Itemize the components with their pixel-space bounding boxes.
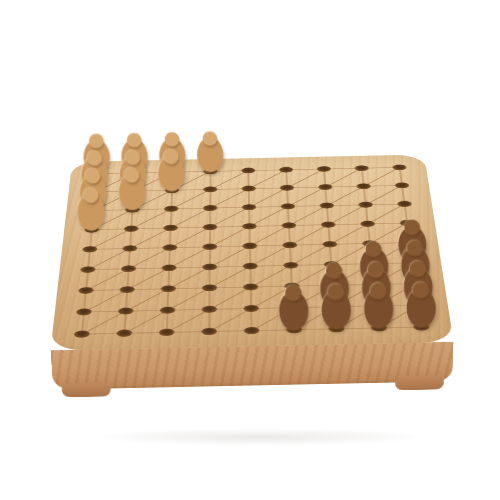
board-cell[interactable] [342,159,382,178]
peg-hole [243,283,259,290]
dark-peg-head: ● [326,279,345,301]
board-cell[interactable] [67,259,110,280]
peg-hole [321,221,336,228]
light-peg-head: ● [123,164,140,184]
board-cell[interactable] [344,177,384,196]
dark-peg-head: ● [369,278,388,300]
peg-hole [281,203,296,209]
peg-hole [162,244,177,251]
peg-hole [203,224,218,231]
peg-hole [283,262,299,269]
board-cell[interactable]: ●● [112,200,152,220]
board-cell[interactable] [106,279,149,301]
board-cell[interactable] [104,300,147,323]
board-cell[interactable] [229,179,268,198]
board-cell[interactable] [107,258,149,279]
product-photo-stage: ●●●●●●●●●●●●●●●●●●●●●●●●●●●●●●●●●●●●●●●● [0,0,500,500]
board-cell[interactable] [190,217,230,237]
board-cell[interactable]: ●● [273,318,317,341]
peg-hole [282,242,297,249]
peg-hole [318,184,333,190]
board-cell[interactable]: ●● [191,162,229,181]
halma-board: ●●●●●●●●●●●●●●●●●●●●●●●●●●●●●●●●●●●●●●●● [50,155,453,351]
board-cell[interactable] [188,320,231,343]
peg-hole [241,168,255,174]
peg-hole [356,183,371,189]
peg-hole [242,223,257,230]
peg-hole [242,243,257,250]
peg-hole [76,308,92,315]
board-cell[interactable] [382,176,423,195]
peg-hole [160,307,176,314]
board-cell[interactable] [191,198,230,218]
board-cell[interactable] [304,160,343,179]
light-peg-head: ● [163,145,180,165]
board-cell[interactable] [267,161,306,180]
board-cell[interactable]: ●● [357,316,402,339]
peg-hole [203,186,217,192]
peg-hole [202,243,217,250]
peg-hole [243,305,259,312]
board-cell[interactable]: ●● [315,317,359,340]
board-cell[interactable] [145,321,188,344]
peg-hole [82,246,98,253]
peg-hole [119,286,135,293]
dark-peg[interactable]: ●● [272,280,316,332]
board-cell[interactable]: ●● [152,181,191,200]
board-cell[interactable] [188,298,230,321]
board-cell[interactable]: ●● [71,220,112,240]
peg-hole [122,245,137,252]
peg-hole [163,225,178,232]
board-cell[interactable] [148,257,189,278]
board-cell[interactable] [384,194,425,214]
light-peg[interactable]: ●● [71,183,111,231]
peg-hole [279,167,293,173]
board-cell[interactable] [230,236,270,257]
board-cell[interactable] [230,297,272,320]
dark-peg-head: ● [284,280,303,302]
board-cell[interactable] [306,178,346,197]
board-cell[interactable] [345,195,386,215]
board-cell[interactable] [147,278,189,300]
board-cell[interactable] [270,255,312,276]
board-cell[interactable] [380,158,420,177]
peg-hole [203,205,218,211]
peg-hole [281,222,296,229]
board-cell[interactable]: ●● [399,316,445,339]
board-cell[interactable] [109,238,150,259]
peg-hole [116,329,132,337]
peg-hole [358,202,373,208]
board-cell[interactable] [230,197,269,217]
peg-hole [202,284,217,291]
perspective-scene: ●●●●●●●●●●●●●●●●●●●●●●●●●●●●●●●●●●●●●●●● [0,0,500,500]
board-cell[interactable] [309,234,351,255]
board-foot-left [61,382,111,397]
board-cell[interactable] [270,235,311,256]
peg-hole [121,265,137,272]
peg-hole [397,201,412,207]
peg-hole [164,206,179,212]
dark-peg[interactable]: ●● [357,278,401,330]
peg-hole [354,165,369,171]
peg-hole [392,164,407,170]
board-cell[interactable] [347,214,389,234]
peg-hole [243,263,258,270]
peg-hole [244,327,260,335]
board-cell[interactable] [268,197,308,217]
peg-hole [319,202,334,208]
board-cell[interactable] [229,161,267,180]
board-cell[interactable] [190,237,230,258]
peg-hole [280,185,295,191]
peg-hole [124,226,139,233]
board-cell[interactable] [69,239,111,260]
peg-hole [202,264,217,271]
board-cell[interactable] [307,196,347,216]
light-peg-head: ● [82,184,100,204]
board-cell[interactable] [268,178,307,197]
peg-hole [80,266,96,273]
light-peg-head: ● [201,127,218,146]
light-peg[interactable]: ●● [112,164,152,212]
board-foot-right [395,375,444,390]
peg-hole [202,306,218,313]
light-peg[interactable]: ●● [191,127,230,173]
peg-hole [201,328,217,336]
board-cell[interactable] [191,180,230,199]
peg-hole [360,221,375,228]
peg-hole [118,307,134,314]
peg-hole [322,241,338,248]
dark-peg[interactable]: ●● [399,277,443,329]
board-cell[interactable] [102,322,146,345]
peg-hole [159,329,175,337]
board-cell[interactable] [146,299,189,322]
board-cell[interactable] [64,280,107,302]
peg-hole [74,330,91,338]
dark-peg-head: ● [411,278,430,300]
dark-peg[interactable]: ●● [314,279,358,331]
board-cell[interactable] [59,323,104,346]
peg-hole [242,204,257,210]
board-cell[interactable] [189,256,230,277]
board-cell[interactable] [189,277,230,299]
board-cell[interactable] [230,256,271,277]
board-cell[interactable] [230,319,273,342]
board-cell[interactable] [230,276,272,298]
board-grid: ●●●●●●●●●●●●●●●●●●●●●●●●●●●●●●●●●●●●●●●● [59,158,444,346]
board-cell[interactable] [269,215,309,235]
board-cell[interactable] [62,301,106,324]
peg-hole [317,166,332,172]
peg-hole [161,264,176,271]
board-cell[interactable] [149,237,190,258]
board-cell[interactable] [151,199,191,219]
light-peg[interactable]: ●● [152,145,191,192]
